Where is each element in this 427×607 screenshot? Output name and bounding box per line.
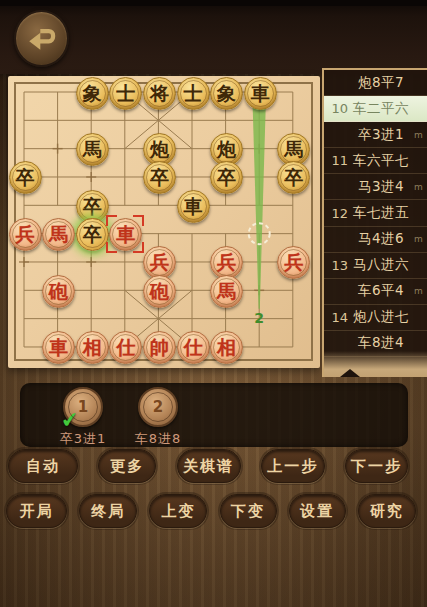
move-row[interactable]: 10车二平六	[324, 96, 427, 122]
move-row[interactable]: 马3进4m	[324, 174, 427, 200]
black-piece-車[interactable]: 車	[244, 77, 277, 110]
move-text: 马八进六	[348, 256, 414, 274]
black-piece-士[interactable]: 士	[109, 77, 142, 110]
variation-arrow	[252, 97, 266, 309]
toolbar-button-下一步[interactable]: 下一步	[345, 449, 408, 483]
move-list-panel[interactable]: 炮8平710车二平六卒3进1m11车六平七马3进4m12车七进五马4进6m13马…	[322, 68, 427, 377]
move-text: 马4进6	[348, 230, 414, 248]
toolbar-button-上变[interactable]: 上变	[149, 494, 207, 528]
toolbar-button-更多[interactable]: 更多	[98, 449, 156, 483]
toolbar-button-研究[interactable]: 研究	[358, 494, 416, 528]
move-text: 炮八进七	[348, 308, 414, 326]
move-row[interactable]: 11车六平七	[324, 148, 427, 174]
move-text: 车二平六	[348, 100, 414, 118]
top-header	[0, 0, 427, 74]
move-number: 10	[324, 101, 348, 116]
move-text: 车8进4	[348, 334, 414, 352]
move-row[interactable]: 车8进4	[324, 331, 427, 357]
black-piece-将[interactable]: 将	[143, 77, 176, 110]
variation-number-label: 2	[254, 310, 264, 326]
move-text: 卒3进1	[348, 126, 414, 144]
variation-badge[interactable]: 2	[138, 387, 178, 427]
status-bar	[0, 0, 427, 6]
black-piece-卒[interactable]: 卒	[9, 161, 42, 194]
black-piece-卒[interactable]: 卒	[76, 218, 109, 251]
black-piece-象[interactable]: 象	[210, 77, 243, 110]
move-row[interactable]: 卒3进1m	[324, 122, 427, 148]
move-text: 炮8平7	[348, 74, 414, 92]
move-mark: m	[414, 286, 427, 296]
move-mark: m	[414, 182, 427, 192]
move-mark: m	[414, 130, 427, 140]
red-piece-馬[interactable]: 馬	[42, 218, 75, 251]
toolbar-button-关棋谱[interactable]: 关棋谱	[177, 449, 241, 483]
red-piece-馬[interactable]: 馬	[210, 275, 243, 308]
variation-panel: 1✔卒3进12车8进8	[20, 383, 408, 447]
toolbar-button-终局[interactable]: 终局	[79, 494, 137, 528]
move-number: 12	[324, 206, 348, 221]
move-text: 马3进4	[348, 178, 414, 196]
scroll-notch-icon	[340, 369, 360, 377]
checkmark-icon: ✔	[60, 407, 80, 433]
black-piece-車[interactable]: 車	[177, 190, 210, 223]
move-row[interactable]: 炮8平7	[324, 70, 427, 96]
toolbar-row-2: 开局终局上变下变设置研究	[6, 494, 416, 528]
red-piece-砲[interactable]: 砲	[42, 275, 75, 308]
move-number: 13	[324, 258, 348, 273]
move-row[interactable]: 车6平4m	[324, 279, 427, 305]
red-piece-兵[interactable]: 兵	[9, 218, 42, 251]
red-piece-砲[interactable]: 砲	[143, 275, 176, 308]
red-piece-相[interactable]: 相	[76, 331, 109, 364]
move-text: 车六平七	[348, 152, 414, 170]
move-mark: m	[414, 234, 427, 244]
variation-option-1[interactable]: 1✔卒3进1	[46, 387, 120, 448]
black-piece-士[interactable]: 士	[177, 77, 210, 110]
black-piece-馬[interactable]: 馬	[76, 133, 109, 166]
move-row[interactable]: 12车七进五	[324, 200, 427, 226]
toolbar-button-自动[interactable]: 自动	[8, 449, 78, 483]
return-arrow-icon	[25, 20, 59, 58]
black-piece-象[interactable]: 象	[76, 77, 109, 110]
move-text: 车七进五	[348, 204, 414, 222]
move-row[interactable]: 14炮八进七	[324, 305, 427, 331]
xiangqi-board[interactable]: 2 象士将士象車馬炮炮馬卒卒卒卒卒車卒兵馬車兵兵兵砲砲馬車相仕帥仕相	[8, 76, 320, 368]
move-row[interactable]: 13马八进六	[324, 253, 427, 279]
variation-option-2[interactable]: 2车8进8	[121, 387, 195, 448]
xiangqi-app-screen: 2 象士将士象車馬炮炮馬卒卒卒卒卒車卒兵馬車兵兵兵砲砲馬車相仕帥仕相 炮8平71…	[0, 0, 427, 607]
variation-label: 车8进8	[121, 430, 195, 448]
back-button[interactable]	[14, 10, 69, 67]
move-row[interactable]: 马4进6m	[324, 227, 427, 253]
toolbar-button-设置[interactable]: 设置	[289, 494, 346, 528]
toolbar-button-开局[interactable]: 开局	[6, 494, 67, 528]
red-piece-仕[interactable]: 仕	[177, 331, 210, 364]
move-number: 14	[324, 310, 348, 325]
variation-badge[interactable]: 1✔	[63, 387, 103, 427]
move-text: 车6平4	[348, 282, 414, 300]
toolbar-button-下变[interactable]: 下变	[220, 494, 277, 528]
toolbar-button-上一步[interactable]: 上一步	[261, 449, 325, 483]
variation-label: 卒3进1	[46, 430, 120, 448]
move-number: 11	[324, 153, 348, 168]
toolbar-row-1: 自动更多关棋谱上一步下一步	[8, 449, 408, 483]
